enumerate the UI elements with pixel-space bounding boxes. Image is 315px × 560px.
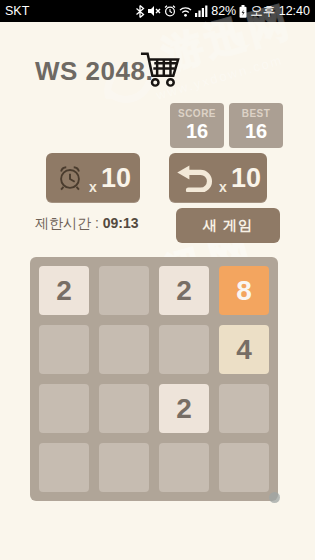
best-value: 16 [245,121,267,142]
tile-2-r1c1: 2 [39,266,89,315]
clock-label: 오후 12:40 [250,3,310,20]
empty-cell-r3c4 [219,384,269,433]
new-game-button[interactable]: 새 게임 [176,208,280,243]
empty-cell-r3c2 [99,384,149,433]
undo-count: 10 [231,163,261,194]
timer-count: 10 [101,163,131,194]
time-limit-value: 09:13 [103,215,139,231]
empty-cell-r4c2 [99,443,149,492]
tile-8-r1c4: 8 [219,266,269,315]
time-powerup-button[interactable]: x 10 [46,153,140,203]
board-corner-watermark-icon [269,492,280,503]
signal-icon [195,5,208,17]
tile-4-r2c4: 4 [219,325,269,374]
time-limit-label: 제한시간 : [35,215,99,231]
alarm-clock-icon [55,163,85,193]
undo-powerup-button[interactable]: x 10 [169,153,267,203]
new-game-label: 새 게임 [203,217,253,235]
timer-count-prefix: x [89,179,97,195]
undo-arrow-icon [175,164,215,192]
empty-cell-r4c3 [159,443,209,492]
mute-icon [148,5,161,17]
score-value: 16 [186,121,208,142]
tile-2-r1c3: 2 [159,266,209,315]
undo-count-prefix: x [219,179,227,195]
empty-cell-r2c1 [39,325,89,374]
empty-cell-r4c1 [39,443,89,492]
status-bar: SKT 82% 오후 12:40 [0,0,315,22]
battery-percent-label: 82% [211,4,236,18]
wifi-icon [179,6,192,17]
shopping-cart-icon[interactable] [139,50,181,90]
score-badge: SCORE 16 [170,103,224,148]
bluetooth-icon [135,5,145,18]
best-label: BEST [242,109,271,120]
score-label: SCORE [178,109,216,120]
empty-cell-r2c3 [159,325,209,374]
alarm-status-icon [164,5,176,17]
game-board[interactable]: 22842 [30,257,278,501]
time-limit-line: 제한시간 : 09:13 [35,215,138,233]
tile-2-r3c3: 2 [159,384,209,433]
carrier-label: SKT [5,4,29,18]
empty-cell-r1c2 [99,266,149,315]
battery-icon [239,5,247,18]
empty-cell-r2c2 [99,325,149,374]
empty-cell-r4c4 [219,443,269,492]
best-badge: BEST 16 [229,103,283,148]
page-title: WS 2048. [35,56,153,87]
empty-cell-r3c1 [39,384,89,433]
